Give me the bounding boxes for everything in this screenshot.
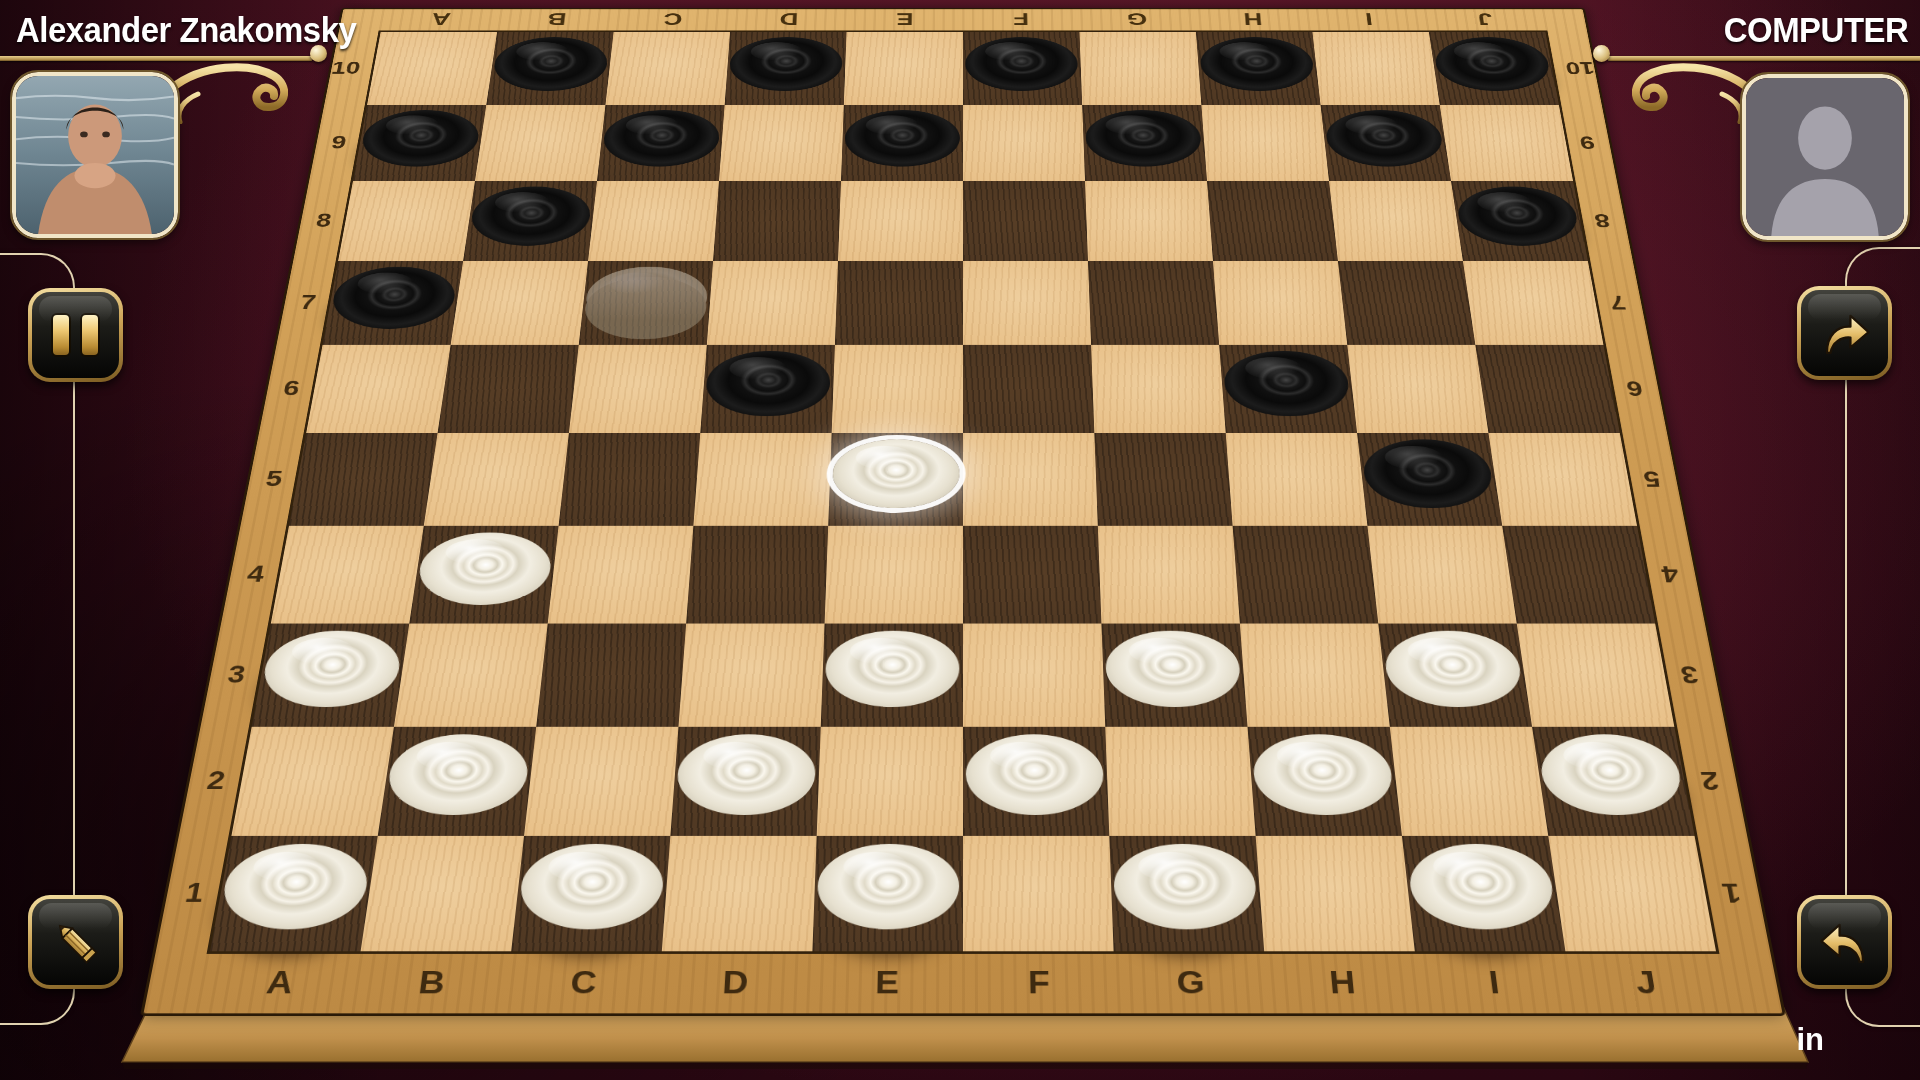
board-coordinate-label: B xyxy=(352,956,511,1009)
computer-avatar[interactable] xyxy=(1742,74,1908,240)
square-I10[interactable] xyxy=(1312,32,1439,105)
square-H4[interactable] xyxy=(1233,526,1379,624)
square-F6[interactable] xyxy=(963,345,1094,433)
gold-flourish-icon xyxy=(168,62,288,124)
board-coordinate-label: A xyxy=(381,7,501,31)
square-F4[interactable] xyxy=(963,526,1101,624)
square-E7[interactable] xyxy=(835,261,963,345)
square-G4[interactable] xyxy=(1098,526,1240,624)
square-D9[interactable] xyxy=(719,105,844,181)
square-G6[interactable] xyxy=(1091,345,1226,433)
square-H9[interactable] xyxy=(1201,105,1329,181)
square-C4[interactable] xyxy=(548,526,694,624)
back-arrow-icon xyxy=(1816,913,1874,971)
player-name-right: COMPUTER xyxy=(1723,10,1908,50)
gold-divider-left xyxy=(0,56,312,61)
square-H5[interactable] xyxy=(1226,433,1368,526)
square-C3[interactable] xyxy=(536,624,686,727)
square-C6[interactable] xyxy=(569,345,707,433)
piece-white-E5-selected[interactable] xyxy=(831,439,959,508)
gold-flourish-icon xyxy=(1632,62,1752,124)
square-I2[interactable] xyxy=(1390,727,1548,836)
board-coordinate-label: I xyxy=(1310,7,1429,31)
square-D3[interactable] xyxy=(678,624,824,727)
square-B9[interactable] xyxy=(475,105,605,181)
square-J1[interactable] xyxy=(1548,836,1716,951)
square-J5[interactable] xyxy=(1488,433,1637,526)
square-F1[interactable] xyxy=(963,836,1114,951)
square-A6[interactable] xyxy=(306,345,450,433)
square-E10[interactable] xyxy=(844,32,963,105)
piece-white-E1[interactable] xyxy=(816,844,959,929)
square-B6[interactable] xyxy=(438,345,579,433)
square-F3[interactable] xyxy=(963,624,1105,727)
board-coordinate-label: D xyxy=(730,7,847,31)
square-C2[interactable] xyxy=(524,727,678,836)
piece-black-E9[interactable] xyxy=(844,110,960,166)
gold-bead-right xyxy=(1593,45,1610,62)
square-F8[interactable] xyxy=(963,181,1088,261)
board-coordinate-label: H xyxy=(1265,956,1422,1009)
square-A10[interactable] xyxy=(367,32,497,105)
watermark-text: in xyxy=(1796,1022,1824,1058)
square-A4[interactable] xyxy=(271,526,424,624)
square-J9[interactable] xyxy=(1440,105,1573,181)
piece-white-F2[interactable] xyxy=(966,734,1105,815)
board-coordinate-label: C xyxy=(614,7,732,31)
pause-icon xyxy=(53,315,98,355)
board-coordinate-label: H xyxy=(1194,7,1312,31)
square-D4[interactable] xyxy=(686,526,828,624)
board-coordinate-label: F xyxy=(963,956,1116,1009)
square-B1[interactable] xyxy=(361,836,524,951)
square-D7[interactable] xyxy=(707,261,838,345)
board-ground-shadow xyxy=(90,1018,1830,1070)
player-name-left: Alexander Znakomsky xyxy=(16,10,356,50)
square-J3[interactable] xyxy=(1517,624,1675,727)
piece-black-G9[interactable] xyxy=(1085,110,1203,166)
square-A8[interactable] xyxy=(338,181,475,261)
square-C10[interactable] xyxy=(605,32,730,105)
square-G10[interactable] xyxy=(1079,32,1201,105)
forward-arrow-icon xyxy=(1816,304,1874,362)
square-E2[interactable] xyxy=(817,727,963,836)
board-coordinate-label: A xyxy=(199,956,360,1009)
board-coordinate-label: B xyxy=(497,7,616,31)
square-A2[interactable] xyxy=(231,727,394,836)
square-C5[interactable] xyxy=(559,433,701,526)
pencil-icon xyxy=(48,914,104,970)
square-I8[interactable] xyxy=(1329,181,1463,261)
square-B3[interactable] xyxy=(394,624,548,727)
piece-white-E3[interactable] xyxy=(824,631,959,707)
square-I7[interactable] xyxy=(1338,261,1475,345)
square-H3[interactable] xyxy=(1240,624,1390,727)
square-D8[interactable] xyxy=(713,181,841,261)
square-A5[interactable] xyxy=(289,433,438,526)
square-G8[interactable] xyxy=(1085,181,1213,261)
square-D1[interactable] xyxy=(662,836,817,951)
square-I4[interactable] xyxy=(1367,526,1516,624)
square-H8[interactable] xyxy=(1207,181,1338,261)
board-coordinate-label: G xyxy=(1114,956,1269,1009)
square-I6[interactable] xyxy=(1347,345,1488,433)
checkers-board[interactable]: AABBCCDDEEFFGGHHIIJJ11223344556677889910… xyxy=(140,8,1786,1016)
square-F9[interactable] xyxy=(963,105,1085,181)
gold-bead-left xyxy=(310,45,327,62)
board-coordinate-label: E xyxy=(810,956,963,1009)
board-coordinate-label: G xyxy=(1079,7,1196,31)
board-coordinate-label: C xyxy=(505,956,662,1009)
square-B5[interactable] xyxy=(424,433,569,526)
square-E8[interactable] xyxy=(838,181,963,261)
person-silhouette-icon xyxy=(1746,78,1904,236)
square-J7[interactable] xyxy=(1463,261,1604,345)
square-G2[interactable] xyxy=(1105,727,1255,836)
square-J6[interactable] xyxy=(1475,345,1619,433)
piece-black-F10[interactable] xyxy=(965,37,1078,91)
board-coordinate-label: J xyxy=(1425,7,1545,31)
square-F7[interactable] xyxy=(963,261,1091,345)
square-G7[interactable] xyxy=(1088,261,1219,345)
square-H1[interactable] xyxy=(1256,836,1415,951)
square-D5[interactable] xyxy=(693,433,831,526)
square-E4[interactable] xyxy=(825,526,963,624)
board-coordinate-label: F xyxy=(963,7,1079,31)
square-G5[interactable] xyxy=(1094,433,1232,526)
pause-button[interactable] xyxy=(28,288,123,382)
square-F5[interactable] xyxy=(963,433,1098,526)
square-B7[interactable] xyxy=(451,261,588,345)
undo-button[interactable] xyxy=(1797,895,1892,989)
board-coordinate-label: D xyxy=(657,956,812,1009)
board-coordinate-label: I xyxy=(1415,956,1574,1009)
share-button[interactable] xyxy=(1797,286,1892,380)
square-C8[interactable] xyxy=(588,181,719,261)
edit-button[interactable] xyxy=(28,895,123,989)
gold-divider-right xyxy=(1608,56,1920,61)
square-H7[interactable] xyxy=(1213,261,1347,345)
board-coordinate-label: J xyxy=(1566,956,1727,1009)
board-coordinate-label: E xyxy=(847,7,963,31)
square-J4[interactable] xyxy=(1502,526,1655,624)
player-photo-man-in-water xyxy=(16,76,174,234)
checkers-game-screen: AABBCCDDEEFFGGHHIIJJ11223344556677889910… xyxy=(0,0,1920,1080)
square-E6[interactable] xyxy=(832,345,963,433)
player-avatar-photo[interactable] xyxy=(12,72,178,238)
